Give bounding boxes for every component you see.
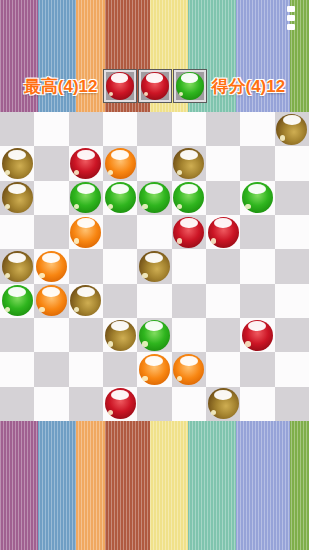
- board-cell-r4c8[interactable]: [240, 215, 274, 249]
- board-cell-r9c9[interactable]: [275, 387, 309, 421]
- board-cell-r9c2[interactable]: [34, 387, 68, 421]
- board-cell-r3c6[interactable]: [172, 181, 206, 215]
- board-cell-r7c8[interactable]: [240, 318, 274, 352]
- brown-ball[interactable]: [208, 388, 239, 419]
- brown-ball[interactable]: [173, 148, 204, 179]
- board-cell-r4c4[interactable]: [103, 215, 137, 249]
- board-cell-r1c9[interactable]: [275, 112, 309, 146]
- board-cell-r7c1[interactable]: [0, 318, 34, 352]
- brown-ball[interactable]: [276, 114, 307, 145]
- board-cell-r6c7[interactable]: [206, 284, 240, 318]
- board-cell-r4c7[interactable]: [206, 215, 240, 249]
- brown-ball[interactable]: [2, 251, 33, 282]
- board-cell-r3c5[interactable]: [137, 181, 171, 215]
- board-cell-r5c7[interactable]: [206, 249, 240, 283]
- green-ball[interactable]: [2, 285, 33, 316]
- board-cell-r5c9[interactable]: [275, 249, 309, 283]
- menu-dot: [287, 24, 295, 30]
- board-cell-r5c3[interactable]: [69, 249, 103, 283]
- board-cell-r5c4[interactable]: [103, 249, 137, 283]
- board-cell-r6c2[interactable]: [34, 284, 68, 318]
- current-score-label: 得分(4)12: [212, 75, 286, 98]
- board-cell-r3c2[interactable]: [34, 181, 68, 215]
- menu-dot: [287, 15, 295, 21]
- board-cell-r5c8[interactable]: [240, 249, 274, 283]
- next-ball-tile: [173, 69, 207, 103]
- next-balls-preview: [103, 69, 207, 103]
- board-cell-r2c7[interactable]: [206, 146, 240, 180]
- game-board: [0, 112, 309, 421]
- board-cell-r2c6[interactable]: [172, 146, 206, 180]
- best-score-label: 最高(4)12: [24, 75, 98, 98]
- board-cell-r1c1[interactable]: [0, 112, 34, 146]
- orange-ball[interactable]: [36, 285, 67, 316]
- board-cell-r6c6[interactable]: [172, 284, 206, 318]
- next-ball-tile: [138, 69, 172, 103]
- board-cell-r9c6[interactable]: [172, 387, 206, 421]
- board-cell-r2c1[interactable]: [0, 146, 34, 180]
- board-cell-r8c1[interactable]: [0, 352, 34, 386]
- board-cell-r3c3[interactable]: [69, 181, 103, 215]
- board-cell-r2c5[interactable]: [137, 146, 171, 180]
- board-cell-r9c1[interactable]: [0, 387, 34, 421]
- board-cell-r2c3[interactable]: [69, 146, 103, 180]
- board-cell-r2c8[interactable]: [240, 146, 274, 180]
- orange-ball[interactable]: [70, 217, 101, 248]
- green-ball[interactable]: [139, 320, 170, 351]
- board-cell-r9c5[interactable]: [137, 387, 171, 421]
- board-cell-r3c8[interactable]: [240, 181, 274, 215]
- board-cell-r3c7[interactable]: [206, 181, 240, 215]
- brown-ball[interactable]: [105, 320, 136, 351]
- score-bar: 最高(4)12 得分(4)12: [0, 66, 309, 106]
- board-cell-r2c9[interactable]: [275, 146, 309, 180]
- board-cell-r7c2[interactable]: [34, 318, 68, 352]
- orange-ball[interactable]: [173, 354, 204, 385]
- game-screen: { "game": "Color Lines (连珠消球 ball-lines …: [0, 0, 309, 550]
- board-cell-r6c8[interactable]: [240, 284, 274, 318]
- board-cell-r8c9[interactable]: [275, 352, 309, 386]
- board-cell-r8c2[interactable]: [34, 352, 68, 386]
- brown-ball[interactable]: [2, 148, 33, 179]
- board-cell-r5c5[interactable]: [137, 249, 171, 283]
- board-cell-r2c2[interactable]: [34, 146, 68, 180]
- board-cell-r4c2[interactable]: [34, 215, 68, 249]
- board-cell-r8c5[interactable]: [137, 352, 171, 386]
- board-cell-r6c1[interactable]: [0, 284, 34, 318]
- board-cell-r8c7[interactable]: [206, 352, 240, 386]
- menu-dot: [287, 6, 295, 12]
- board-cell-r4c6[interactable]: [172, 215, 206, 249]
- brown-ball[interactable]: [70, 285, 101, 316]
- green-ball[interactable]: [70, 182, 101, 213]
- board-cell-r6c5[interactable]: [137, 284, 171, 318]
- board-cell-r7c7[interactable]: [206, 318, 240, 352]
- board-cell-r1c3[interactable]: [69, 112, 103, 146]
- board-cell-r9c8[interactable]: [240, 387, 274, 421]
- green-ball[interactable]: [105, 182, 136, 213]
- brown-ball[interactable]: [139, 251, 170, 282]
- green-ball[interactable]: [139, 182, 170, 213]
- board-cell-r4c3[interactable]: [69, 215, 103, 249]
- board-cell-r3c4[interactable]: [103, 181, 137, 215]
- board-cell-r4c9[interactable]: [275, 215, 309, 249]
- board-cell-r8c3[interactable]: [69, 352, 103, 386]
- board-cell-r1c4[interactable]: [103, 112, 137, 146]
- red-ball[interactable]: [242, 320, 273, 351]
- board-cell-r4c5[interactable]: [137, 215, 171, 249]
- board-cell-r8c6[interactable]: [172, 352, 206, 386]
- green-ball[interactable]: [242, 182, 273, 213]
- board-cell-r2c4[interactable]: [103, 146, 137, 180]
- board-cell-r7c6[interactable]: [172, 318, 206, 352]
- board-cell-r1c5[interactable]: [137, 112, 171, 146]
- board-cell-r9c7[interactable]: [206, 387, 240, 421]
- board-cell-r8c8[interactable]: [240, 352, 274, 386]
- board-cell-r1c2[interactable]: [34, 112, 68, 146]
- board-cell-r4c1[interactable]: [0, 215, 34, 249]
- board-cell-r7c5[interactable]: [137, 318, 171, 352]
- brown-ball[interactable]: [2, 182, 33, 213]
- board-cell-r6c4[interactable]: [103, 284, 137, 318]
- board-cell-r1c8[interactable]: [240, 112, 274, 146]
- orange-ball[interactable]: [36, 251, 67, 282]
- board-cell-r8c4[interactable]: [103, 352, 137, 386]
- board-cell-r7c9[interactable]: [275, 318, 309, 352]
- green-ball[interactable]: [173, 182, 204, 213]
- next-ball-red: [106, 72, 134, 100]
- red-ball[interactable]: [105, 388, 136, 419]
- red-ball[interactable]: [208, 217, 239, 248]
- board-cell-r5c6[interactable]: [172, 249, 206, 283]
- red-ball[interactable]: [70, 148, 101, 179]
- board-cell-r1c7[interactable]: [206, 112, 240, 146]
- next-ball-red: [141, 72, 169, 100]
- board-cell-r1c6[interactable]: [172, 112, 206, 146]
- board-cell-r7c4[interactable]: [103, 318, 137, 352]
- red-ball[interactable]: [173, 217, 204, 248]
- overflow-menu-icon[interactable]: [287, 6, 297, 30]
- next-ball-tile: [103, 69, 137, 103]
- board-cell-r7c3[interactable]: [69, 318, 103, 352]
- next-ball-green: [176, 72, 204, 100]
- board-cell-r3c9[interactable]: [275, 181, 309, 215]
- board-cell-r3c1[interactable]: [0, 181, 34, 215]
- board-cell-r9c4[interactable]: [103, 387, 137, 421]
- board-cell-r5c1[interactable]: [0, 249, 34, 283]
- orange-ball[interactable]: [105, 148, 136, 179]
- board-cell-r9c3[interactable]: [69, 387, 103, 421]
- board-cell-r6c9[interactable]: [275, 284, 309, 318]
- orange-ball[interactable]: [139, 354, 170, 385]
- board-cell-r5c2[interactable]: [34, 249, 68, 283]
- board-cell-r6c3[interactable]: [69, 284, 103, 318]
